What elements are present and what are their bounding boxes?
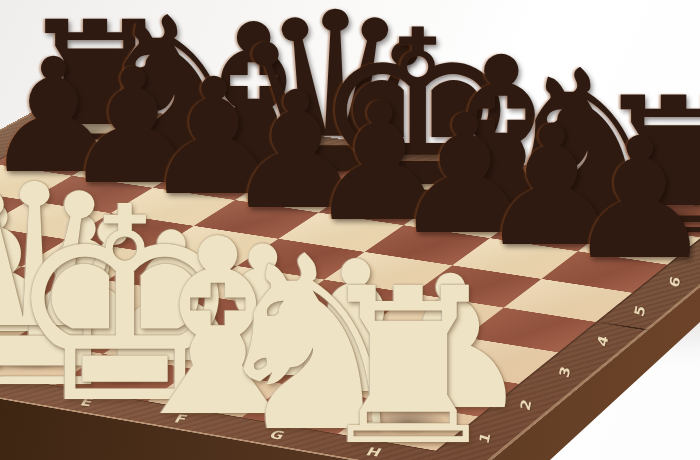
piece-white-rook-h1: ♜: [312, 261, 505, 460]
chess-set-photo: EFGH1234568 ♜♞♝♛♚♝♞♜♟♟♟♟♟♟♟♟♟♟♟♟♟♟♟♟♜♞♝♛…: [0, 0, 700, 460]
piece-dark-pawn-h7: ♟: [565, 116, 700, 284]
pieces-layer: ♜♞♝♛♚♝♞♜♟♟♟♟♟♟♟♟♟♟♟♟♟♟♟♟♜♞♝♛♚♝♞♜: [0, 0, 700, 460]
